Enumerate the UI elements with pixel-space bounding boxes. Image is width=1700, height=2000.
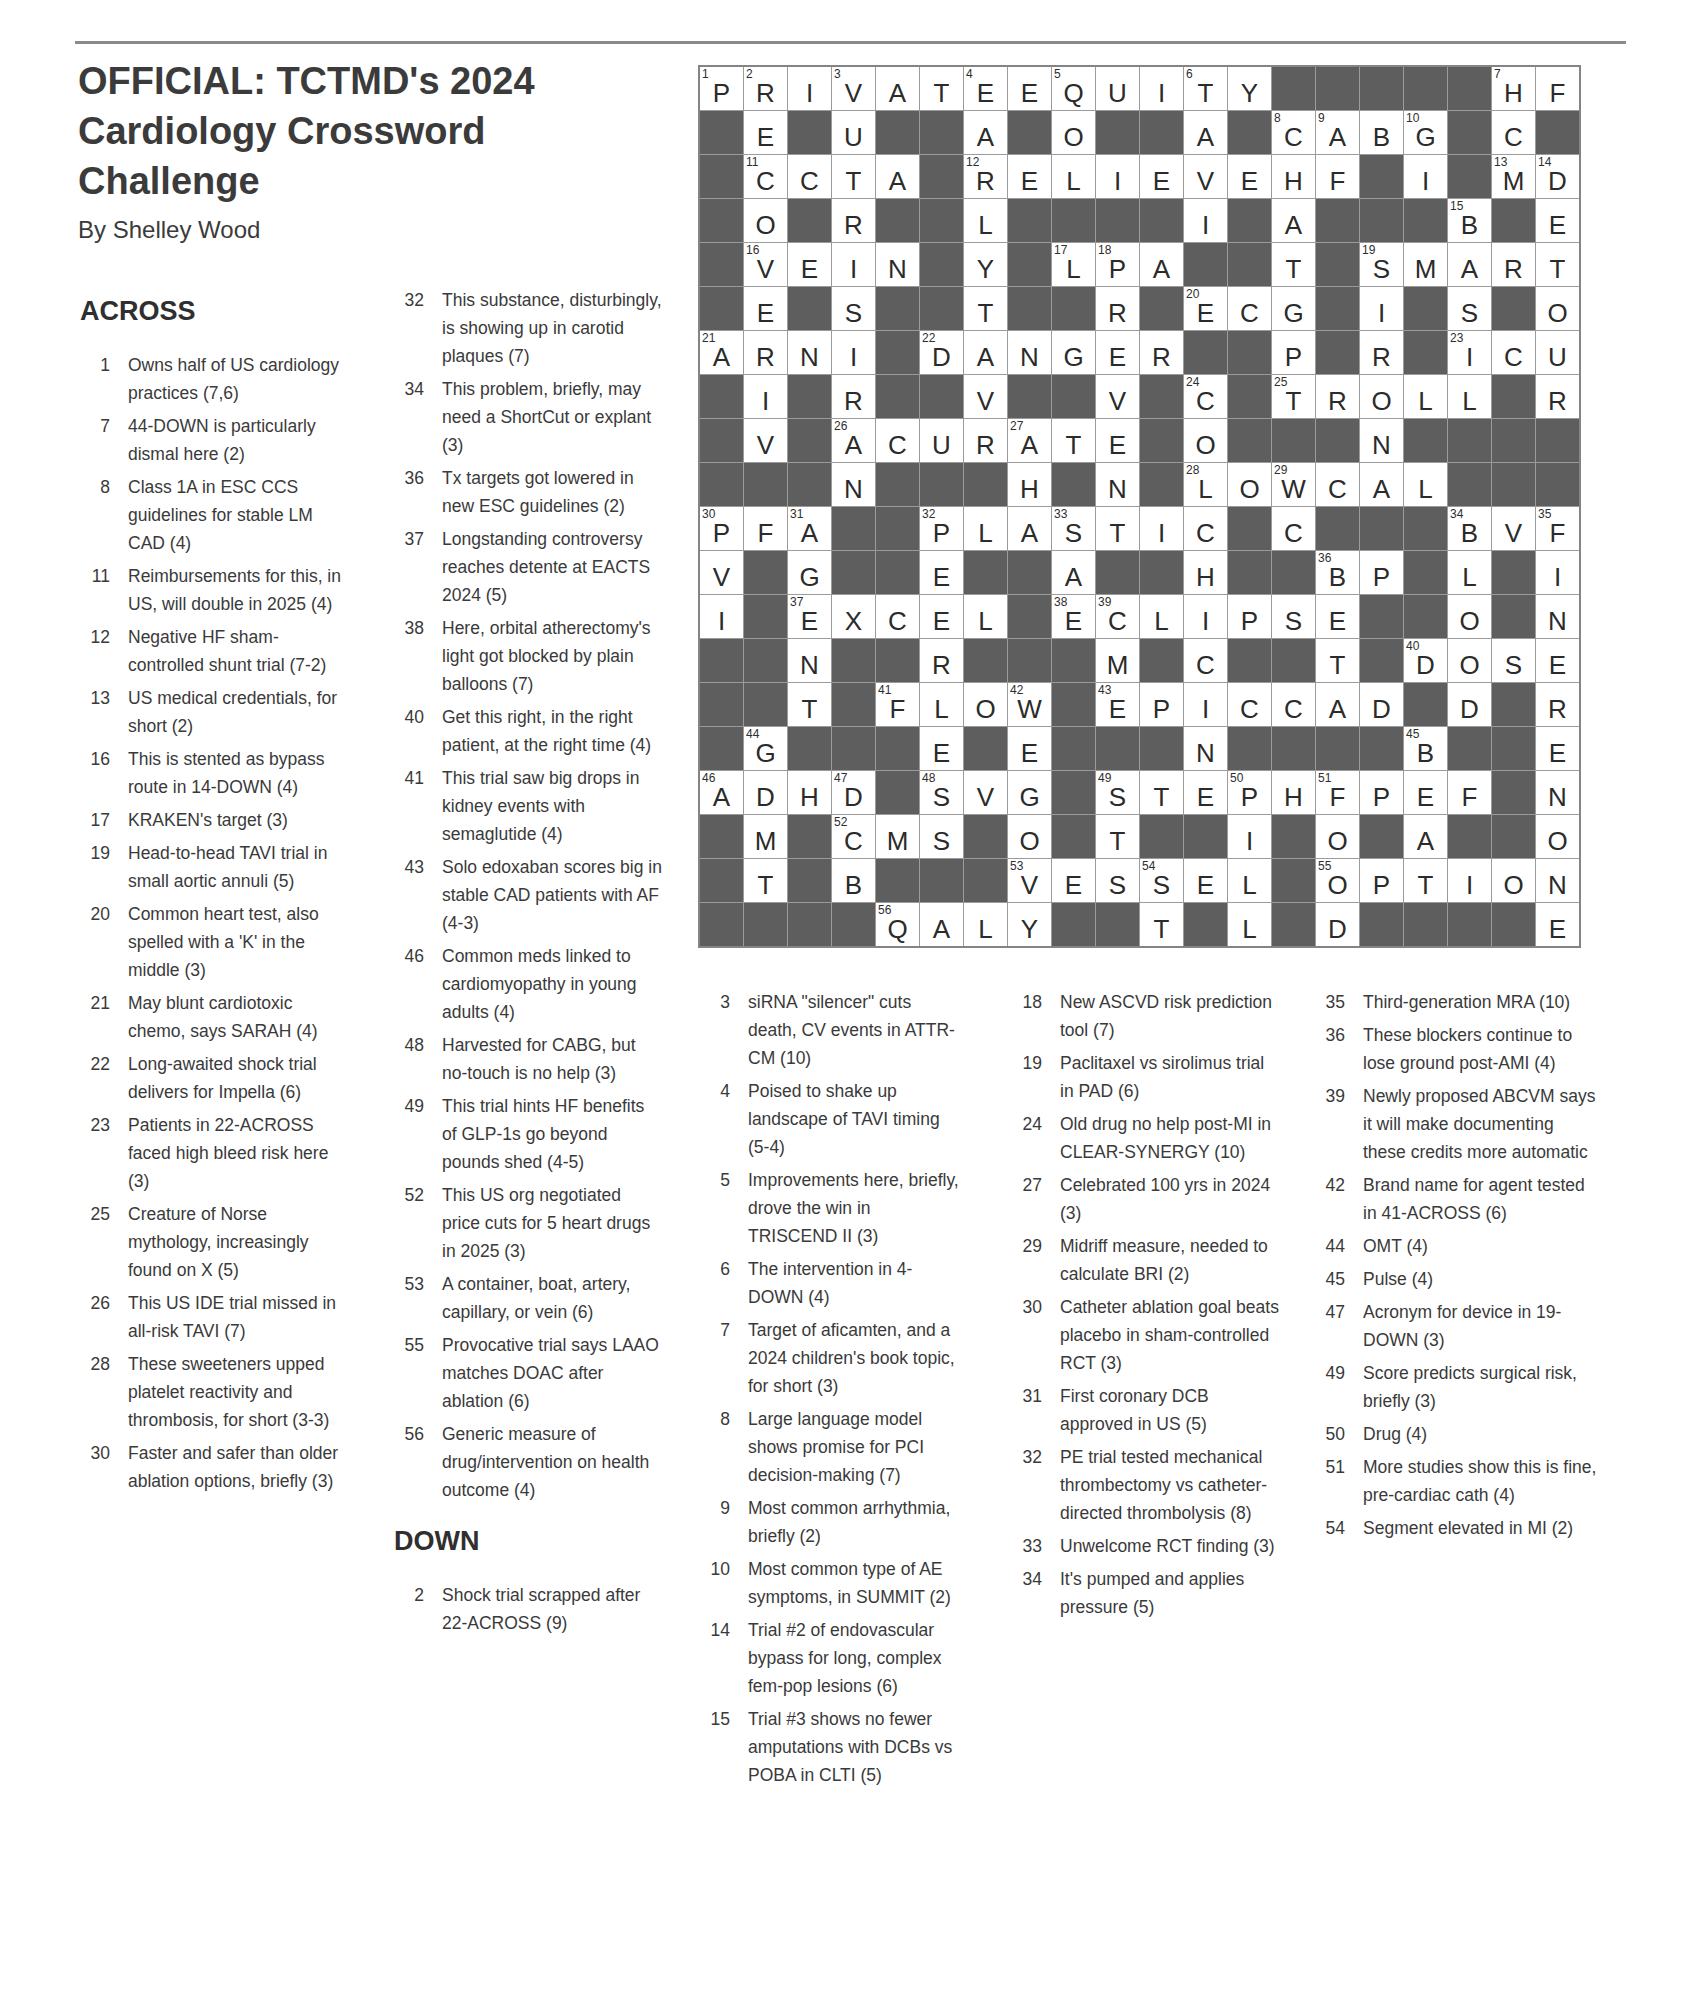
grid-cell-r19c16[interactable]: P (1360, 859, 1403, 902)
cell-number: 8 (1274, 111, 1281, 125)
black-cell-r13c17 (1404, 595, 1447, 638)
cell-letter: M (755, 826, 777, 858)
grid-cell-r9c16[interactable]: N (1360, 419, 1403, 462)
grid-cell-r5c14[interactable]: T (1272, 243, 1315, 286)
grid-cell-r12c9[interactable]: A (1052, 551, 1095, 594)
grid-cell-r17c11[interactable]: T (1140, 771, 1183, 814)
grid-cell-r18c8[interactable]: O (1008, 815, 1051, 858)
grid-cell-r5c2[interactable]: 16V (744, 243, 787, 286)
black-cell-r9c3 (788, 419, 831, 462)
grid-cell-r2c9[interactable]: O (1052, 111, 1095, 154)
grid-cell-r13c7[interactable]: L (964, 595, 1007, 638)
grid-cell-r14c15[interactable]: T (1316, 639, 1359, 682)
grid-cell-r10c13[interactable]: O (1228, 463, 1271, 506)
grid-cell-r3c14[interactable]: H (1272, 155, 1315, 198)
grid-cell-r10c14[interactable]: 29W (1272, 463, 1315, 506)
grid-cell-r1c13[interactable]: Y (1228, 67, 1271, 110)
grid-cell-r6c14[interactable]: G (1272, 287, 1315, 330)
cell-letter: L (1462, 562, 1476, 594)
grid-cell-r8c2[interactable]: I (744, 375, 787, 418)
grid-cell-r1c8[interactable]: E (1008, 67, 1051, 110)
grid-cell-r6c18[interactable]: S (1448, 287, 1491, 330)
grid-cell-r17c18[interactable]: F (1448, 771, 1491, 814)
cell-number: 34 (1450, 507, 1463, 521)
grid-cell-r6c2[interactable]: E (744, 287, 787, 330)
grid-cell-r18c13[interactable]: I (1228, 815, 1271, 858)
grid-cell-r1c1[interactable]: 1P (700, 67, 743, 110)
grid-cell-r20c20[interactable]: E (1536, 903, 1579, 946)
grid-cell-r20c11[interactable]: T (1140, 903, 1183, 946)
grid-cell-r16c12[interactable]: N (1184, 727, 1227, 770)
grid-cell-r17c13[interactable]: 50P (1228, 771, 1271, 814)
grid-cell-r19c9[interactable]: E (1052, 859, 1095, 902)
grid-cell-r15c10[interactable]: 43E (1096, 683, 1139, 726)
grid-cell-r17c14[interactable]: H (1272, 771, 1315, 814)
grid-cell-r3c17[interactable]: I (1404, 155, 1447, 198)
grid-cell-r20c8[interactable]: Y (1008, 903, 1051, 946)
grid-cell-r12c15[interactable]: 36B (1316, 551, 1359, 594)
clue-num: 20 (80, 900, 110, 984)
grid-cell-r9c9[interactable]: T (1052, 419, 1095, 462)
grid-cell-r13c3[interactable]: 37E (788, 595, 831, 638)
grid-cell-r20c13[interactable]: L (1228, 903, 1271, 946)
black-cell-r11c13 (1228, 507, 1271, 550)
grid-cell-r15c12[interactable]: I (1184, 683, 1227, 726)
grid-cell-r18c6[interactable]: S (920, 815, 963, 858)
grid-cell-r11c14[interactable]: C (1272, 507, 1315, 550)
grid-cell-r7c16[interactable]: R (1360, 331, 1403, 374)
grid-cell-r17c10[interactable]: 49S (1096, 771, 1139, 814)
grid-cell-r3c7[interactable]: 12R (964, 155, 1007, 198)
grid-cell-r3c15[interactable]: F (1316, 155, 1359, 198)
grid-cell-r16c20[interactable]: E (1536, 727, 1579, 770)
grid-cell-r14c12[interactable]: C (1184, 639, 1227, 682)
grid-cell-r15c7[interactable]: O (964, 683, 1007, 726)
grid-cell-r11c6[interactable]: 32P (920, 507, 963, 550)
grid-cell-r17c6[interactable]: 48S (920, 771, 963, 814)
cell-letter: V (757, 254, 774, 286)
black-cell-r4c16 (1360, 199, 1403, 242)
clue-text: Owns half of US cardiology practices (7,… (128, 351, 348, 407)
black-cell-r19c1 (700, 859, 743, 902)
grid-cell-r13c9[interactable]: 38E (1052, 595, 1095, 638)
grid-cell-r11c8[interactable]: A (1008, 507, 1051, 550)
grid-cell-r10c17[interactable]: L (1404, 463, 1447, 506)
grid-cell-r2c2[interactable]: E (744, 111, 787, 154)
grid-cell-r19c8[interactable]: 53V (1008, 859, 1051, 902)
grid-cell-r7c2[interactable]: R (744, 331, 787, 374)
grid-cell-r9c4[interactable]: 26A (832, 419, 875, 462)
cell-letter: U (1108, 78, 1127, 110)
grid-cell-r12c18[interactable]: L (1448, 551, 1491, 594)
grid-cell-r15c6[interactable]: L (920, 683, 963, 726)
grid-cell-r6c7[interactable]: T (964, 287, 1007, 330)
clue-num: 7 (80, 412, 110, 468)
grid-cell-r9c5[interactable]: C (876, 419, 919, 462)
grid-cell-r6c12[interactable]: 20E (1184, 287, 1227, 330)
clue-text: This substance, disturbingly, is showing… (442, 286, 662, 370)
grid-cell-r14c20[interactable]: E (1536, 639, 1579, 682)
grid-cell-r2c14[interactable]: 8C (1272, 111, 1315, 154)
grid-cell-r3c12[interactable]: V (1184, 155, 1227, 198)
grid-cell-r6c10[interactable]: R (1096, 287, 1139, 330)
grid-cell-r15c16[interactable]: D (1360, 683, 1403, 726)
grid-cell-r4c18[interactable]: 15B (1448, 199, 1491, 242)
grid-cell-r7c3[interactable]: N (788, 331, 831, 374)
grid-cell-r17c7[interactable]: V (964, 771, 1007, 814)
grid-cell-r6c16[interactable]: I (1360, 287, 1403, 330)
grid-cell-r1c20[interactable]: F (1536, 67, 1579, 110)
grid-cell-r19c2[interactable]: T (744, 859, 787, 902)
grid-cell-r7c4[interactable]: I (832, 331, 875, 374)
clue-text: These sweeteners upped platelet reactivi… (128, 1350, 348, 1434)
grid-cell-r3c9[interactable]: L (1052, 155, 1095, 198)
grid-cell-r8c20[interactable]: R (1536, 375, 1579, 418)
clue-text: Score predicts surgical risk, briefly (3… (1363, 1359, 1600, 1415)
grid-cell-r7c6[interactable]: 22D (920, 331, 963, 374)
grid-cell-r13c20[interactable]: N (1536, 595, 1579, 638)
grid-cell-r13c15[interactable]: E (1316, 595, 1359, 638)
cell-letter: O (975, 694, 995, 726)
grid-cell-r7c11[interactable]: R (1140, 331, 1183, 374)
grid-cell-r9c6[interactable]: U (920, 419, 963, 462)
grid-cell-r4c7[interactable]: L (964, 199, 1007, 242)
down-header: DOWN (394, 1526, 662, 1557)
grid-cell-r14c18[interactable]: O (1448, 639, 1491, 682)
grid-cell-r7c8[interactable]: N (1008, 331, 1051, 374)
grid-cell-r14c10[interactable]: M (1096, 639, 1139, 682)
grid-cell-r19c4[interactable]: B (832, 859, 875, 902)
grid-cell-r10c4[interactable]: N (832, 463, 875, 506)
cell-letter: P (713, 78, 730, 110)
clue-across-28: 28These sweeteners upped platelet reacti… (80, 1350, 348, 1434)
black-cell-r3c6 (920, 155, 963, 198)
grid-cell-r15c8[interactable]: 42W (1008, 683, 1051, 726)
grid-cell-r8c17[interactable]: L (1404, 375, 1447, 418)
grid-cell-r19c19[interactable]: O (1492, 859, 1535, 902)
grid-cell-r17c4[interactable]: 47D (832, 771, 875, 814)
black-cell-r10c9 (1052, 463, 1095, 506)
grid-cell-r2c7[interactable]: A (964, 111, 1007, 154)
grid-cell-r5c20[interactable]: T (1536, 243, 1579, 286)
grid-cell-r13c11[interactable]: L (1140, 595, 1183, 638)
grid-cell-r11c1[interactable]: 30P (700, 507, 743, 550)
cell-letter: S (845, 298, 862, 330)
cell-letter: C (1240, 694, 1259, 726)
cell-number: 37 (790, 595, 803, 609)
cell-letter: L (1418, 474, 1432, 506)
grid-cell-r10c8[interactable]: H (1008, 463, 1051, 506)
grid-cell-r15c15[interactable]: A (1316, 683, 1359, 726)
grid-cell-r5c11[interactable]: A (1140, 243, 1183, 286)
grid-cell-r7c10[interactable]: E (1096, 331, 1139, 374)
clue-text: Poised to shake up landscape of TAVI tim… (748, 1077, 962, 1161)
grid-cell-r9c7[interactable]: R (964, 419, 1007, 462)
grid-cell-r7c9[interactable]: G (1052, 331, 1095, 374)
grid-cell-r20c7[interactable]: L (964, 903, 1007, 946)
grid-cell-r3c5[interactable]: A (876, 155, 919, 198)
grid-cell-r7c19[interactable]: C (1492, 331, 1535, 374)
grid-cell-r13c1[interactable]: I (700, 595, 743, 638)
clue-num: 12 (80, 623, 110, 679)
grid-cell-r7c20[interactable]: U (1536, 331, 1579, 374)
grid-cell-r6c13[interactable]: C (1228, 287, 1271, 330)
grid-cell-r10c15[interactable]: C (1316, 463, 1359, 506)
grid-cell-r16c6[interactable]: E (920, 727, 963, 770)
clue-num: 16 (80, 745, 110, 801)
grid-cell-r5c4[interactable]: I (832, 243, 875, 286)
grid-cell-r5c5[interactable]: N (876, 243, 919, 286)
grid-cell-r12c12[interactable]: H (1184, 551, 1227, 594)
grid-cell-r17c8[interactable]: G (1008, 771, 1051, 814)
grid-cell-r18c4[interactable]: 52C (832, 815, 875, 858)
grid-cell-r5c16[interactable]: 19S (1360, 243, 1403, 286)
black-cell-r19c7 (964, 859, 1007, 902)
grid-cell-r3c11[interactable]: E (1140, 155, 1183, 198)
grid-cell-r1c9[interactable]: 5Q (1052, 67, 1095, 110)
grid-cell-r8c15[interactable]: R (1316, 375, 1359, 418)
grid-cell-r1c2[interactable]: 2R (744, 67, 787, 110)
grid-cell-r2c17[interactable]: 10G (1404, 111, 1447, 154)
grid-cell-r13c4[interactable]: X (832, 595, 875, 638)
clue-num: 40 (394, 703, 424, 759)
black-cell-r4c15 (1316, 199, 1359, 242)
grid-cell-r5c19[interactable]: R (1492, 243, 1535, 286)
grid-cell-r8c10[interactable]: V (1096, 375, 1139, 418)
grid-cell-r12c3[interactable]: G (788, 551, 831, 594)
grid-cell-r11c10[interactable]: T (1096, 507, 1139, 550)
black-cell-r14c4 (832, 639, 875, 682)
grid-cell-r15c14[interactable]: C (1272, 683, 1315, 726)
cell-number: 20 (1186, 287, 1199, 301)
grid-cell-r11c11[interactable]: I (1140, 507, 1183, 550)
grid-cell-r11c18[interactable]: 34B (1448, 507, 1491, 550)
cell-number: 50 (1230, 771, 1243, 785)
grid-cell-r15c13[interactable]: C (1228, 683, 1271, 726)
grid-cell-r18c10[interactable]: T (1096, 815, 1139, 858)
grid-cell-r19c11[interactable]: 54S (1140, 859, 1183, 902)
grid-cell-r2c15[interactable]: 9A (1316, 111, 1359, 154)
black-cell-r2c13 (1228, 111, 1271, 154)
grid-cell-r2c16[interactable]: B (1360, 111, 1403, 154)
grid-cell-r19c12[interactable]: E (1184, 859, 1227, 902)
grid-cell-r4c4[interactable]: R (832, 199, 875, 242)
clue-column-across-1: ACROSS1Owns half of US cardiology practi… (80, 296, 348, 1500)
grid-cell-r1c3[interactable]: I (788, 67, 831, 110)
grid-cell-r16c8[interactable]: E (1008, 727, 1051, 770)
grid-cell-r1c10[interactable]: U (1096, 67, 1139, 110)
grid-cell-r17c20[interactable]: N (1536, 771, 1579, 814)
grid-cell-r13c13[interactable]: P (1228, 595, 1271, 638)
grid-cell-r8c12[interactable]: 24C (1184, 375, 1227, 418)
cell-letter: D (1548, 166, 1567, 198)
grid-cell-r19c20[interactable]: N (1536, 859, 1579, 902)
grid-cell-r11c20[interactable]: 35F (1536, 507, 1579, 550)
clue-text: Head-to-head TAVI trial in small aortic … (128, 839, 348, 895)
grid-cell-r19c13[interactable]: L (1228, 859, 1271, 902)
grid-cell-r1c5[interactable]: A (876, 67, 919, 110)
clue-num: 38 (394, 614, 424, 698)
grid-cell-r17c12[interactable]: E (1184, 771, 1227, 814)
grid-cell-r13c6[interactable]: E (920, 595, 963, 638)
grid-cell-r17c3[interactable]: H (788, 771, 831, 814)
grid-cell-r14c17[interactable]: 40D (1404, 639, 1447, 682)
grid-cell-r14c6[interactable]: R (920, 639, 963, 682)
cell-letter: R (1372, 342, 1391, 374)
grid-cell-r10c16[interactable]: A (1360, 463, 1403, 506)
grid-cell-r18c20[interactable]: O (1536, 815, 1579, 858)
grid-cell-r8c7[interactable]: V (964, 375, 1007, 418)
black-cell-r14c2 (744, 639, 787, 682)
grid-cell-r14c19[interactable]: S (1492, 639, 1535, 682)
grid-cell-r2c4[interactable]: U (832, 111, 875, 154)
grid-cell-r8c14[interactable]: 25T (1272, 375, 1315, 418)
grid-cell-r9c12[interactable]: O (1184, 419, 1227, 462)
grid-cell-r11c3[interactable]: 31A (788, 507, 831, 550)
grid-cell-r5c3[interactable]: E (788, 243, 831, 286)
grid-cell-r11c2[interactable]: F (744, 507, 787, 550)
black-cell-r10c3 (788, 463, 831, 506)
grid-cell-r3c4[interactable]: T (832, 155, 875, 198)
grid-cell-r7c14[interactable]: P (1272, 331, 1315, 374)
grid-cell-r3c20[interactable]: 14D (1536, 155, 1579, 198)
grid-cell-r17c17[interactable]: E (1404, 771, 1447, 814)
grid-cell-r5c18[interactable]: A (1448, 243, 1491, 286)
grid-cell-r17c1[interactable]: 46A (700, 771, 743, 814)
grid-cell-r13c10[interactable]: 39C (1096, 595, 1139, 638)
grid-cell-r15c18[interactable]: D (1448, 683, 1491, 726)
grid-cell-r11c12[interactable]: C (1184, 507, 1227, 550)
cell-letter: F (1330, 166, 1346, 198)
grid-cell-r19c10[interactable]: S (1096, 859, 1139, 902)
clue-down-27: 27Celebrated 100 yrs in 2024 (3) (1012, 1171, 1280, 1227)
grid-cell-r3c8[interactable]: E (1008, 155, 1051, 198)
grid-cell-r1c11[interactable]: I (1140, 67, 1183, 110)
grid-cell-r17c16[interactable]: P (1360, 771, 1403, 814)
grid-cell-r20c6[interactable]: A (920, 903, 963, 946)
grid-cell-r15c3[interactable]: T (788, 683, 831, 726)
grid-cell-r4c2[interactable]: O (744, 199, 787, 242)
grid-cell-r17c15[interactable]: 51F (1316, 771, 1359, 814)
black-cell-r10c18 (1448, 463, 1491, 506)
grid-cell-r1c6[interactable]: T (920, 67, 963, 110)
black-cell-r6c11 (1140, 287, 1183, 330)
grid-cell-r9c2[interactable]: V (744, 419, 787, 462)
grid-cell-r13c18[interactable]: O (1448, 595, 1491, 638)
grid-cell-r15c11[interactable]: P (1140, 683, 1183, 726)
grid-cell-r6c4[interactable]: S (832, 287, 875, 330)
grid-cell-r8c4[interactable]: R (832, 375, 875, 418)
grid-cell-r15c5[interactable]: 41F (876, 683, 919, 726)
grid-cell-r7c18[interactable]: 23I (1448, 331, 1491, 374)
grid-cell-r11c7[interactable]: L (964, 507, 1007, 550)
grid-cell-r10c12[interactable]: 28L (1184, 463, 1227, 506)
grid-cell-r18c5[interactable]: M (876, 815, 919, 858)
grid-cell-r2c19[interactable]: C (1492, 111, 1535, 154)
grid-cell-r18c2[interactable]: M (744, 815, 787, 858)
grid-cell-r3c3[interactable]: C (788, 155, 831, 198)
grid-cell-r20c5[interactable]: 56Q (876, 903, 919, 946)
grid-cell-r18c15[interactable]: O (1316, 815, 1359, 858)
grid-cell-r14c3[interactable]: N (788, 639, 831, 682)
grid-cell-r13c12[interactable]: I (1184, 595, 1227, 638)
grid-cell-r4c12[interactable]: I (1184, 199, 1227, 242)
clue-text: PE trial tested mechanical thrombectomy … (1060, 1443, 1280, 1527)
grid-cell-r9c10[interactable]: E (1096, 419, 1139, 462)
grid-cell-r2c12[interactable]: A (1184, 111, 1227, 154)
grid-cell-r8c18[interactable]: L (1448, 375, 1491, 418)
grid-cell-r19c17[interactable]: T (1404, 859, 1447, 902)
grid-cell-r5c10[interactable]: 18P (1096, 243, 1139, 286)
grid-cell-r12c6[interactable]: E (920, 551, 963, 594)
black-cell-r4c6 (920, 199, 963, 242)
grid-cell-r5c17[interactable]: M (1404, 243, 1447, 286)
grid-cell-r12c1[interactable]: V (700, 551, 743, 594)
grid-cell-r11c9[interactable]: 33S (1052, 507, 1095, 550)
cell-number: 43 (1098, 683, 1111, 697)
cell-letter: U (932, 430, 951, 462)
grid-cell-r16c17[interactable]: 45B (1404, 727, 1447, 770)
clue-text: KRAKEN's target (3) (128, 806, 348, 834)
grid-cell-r15c20[interactable]: R (1536, 683, 1579, 726)
grid-cell-r8c16[interactable]: O (1360, 375, 1403, 418)
cell-letter: O (1459, 650, 1479, 682)
grid-cell-r17c2[interactable]: D (744, 771, 787, 814)
cell-letter: A (1153, 254, 1170, 286)
grid-cell-r19c18[interactable]: I (1448, 859, 1491, 902)
grid-cell-r12c16[interactable]: P (1360, 551, 1403, 594)
black-cell-r16c14 (1272, 727, 1315, 770)
grid-cell-r1c12[interactable]: 6T (1184, 67, 1227, 110)
grid-cell-r13c5[interactable]: C (876, 595, 919, 638)
grid-cell-r9c8[interactable]: 27A (1008, 419, 1051, 462)
grid-cell-r3c2[interactable]: 11C (744, 155, 787, 198)
grid-cell-r19c15[interactable]: 55O (1316, 859, 1359, 902)
grid-cell-r3c13[interactable]: E (1228, 155, 1271, 198)
cell-letter: O (755, 210, 775, 242)
grid-cell-r1c19[interactable]: 7H (1492, 67, 1535, 110)
black-cell-r4c11 (1140, 199, 1183, 242)
cell-number: 33 (1054, 507, 1067, 521)
clue-text: OMT (4) (1363, 1232, 1600, 1260)
grid-cell-r4c20[interactable]: E (1536, 199, 1579, 242)
grid-cell-r3c10[interactable]: I (1096, 155, 1139, 198)
grid-cell-r20c15[interactable]: D (1316, 903, 1359, 946)
grid-cell-r4c14[interactable]: A (1272, 199, 1315, 242)
grid-cell-r6c20[interactable]: O (1536, 287, 1579, 330)
grid-cell-r11c19[interactable]: V (1492, 507, 1535, 550)
grid-cell-r18c17[interactable]: A (1404, 815, 1447, 858)
clue-num: 8 (80, 473, 110, 557)
grid-cell-r1c7[interactable]: 4E (964, 67, 1007, 110)
grid-cell-r13c14[interactable]: S (1272, 595, 1315, 638)
cell-number: 35 (1538, 507, 1551, 521)
grid-cell-r16c2[interactable]: 44G (744, 727, 787, 770)
cell-letter: A (889, 78, 906, 110)
grid-cell-r7c1[interactable]: 21A (700, 331, 743, 374)
grid-cell-r1c4[interactable]: 3V (832, 67, 875, 110)
grid-cell-r10c10[interactable]: N (1096, 463, 1139, 506)
grid-cell-r7c7[interactable]: A (964, 331, 1007, 374)
grid-cell-r5c7[interactable]: Y (964, 243, 1007, 286)
clue-text: Creature of Norse mythology, increasingl… (128, 1200, 348, 1284)
grid-cell-r3c19[interactable]: 13M (1492, 155, 1535, 198)
clue-text: Paclitaxel vs sirolimus trial in PAD (6) (1060, 1049, 1280, 1105)
grid-cell-r5c9[interactable]: 17L (1052, 243, 1095, 286)
grid-cell-r12c20[interactable]: I (1536, 551, 1579, 594)
cell-number: 49 (1098, 771, 1111, 785)
black-cell-r15c4 (832, 683, 875, 726)
